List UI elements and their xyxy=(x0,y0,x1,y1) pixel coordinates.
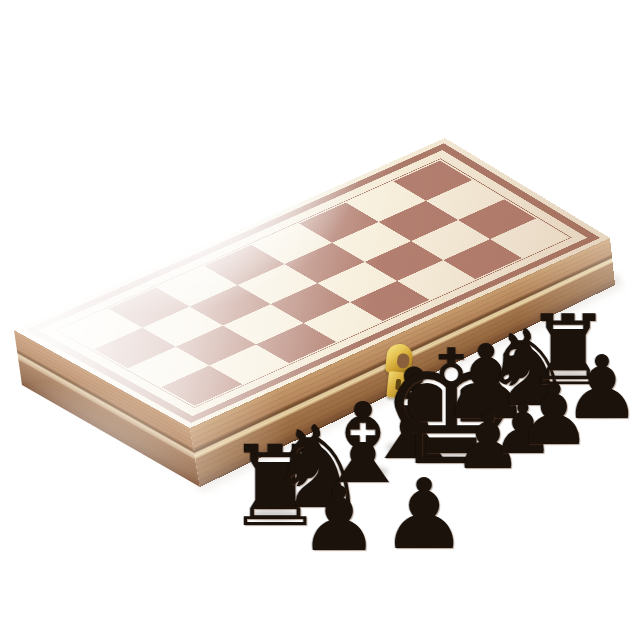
product-photo-chess-set: ♜♞♟♝♝♚♟♞♜♟♟♟♟♟ xyxy=(0,0,640,640)
black-pawn: ♟ xyxy=(516,373,592,458)
